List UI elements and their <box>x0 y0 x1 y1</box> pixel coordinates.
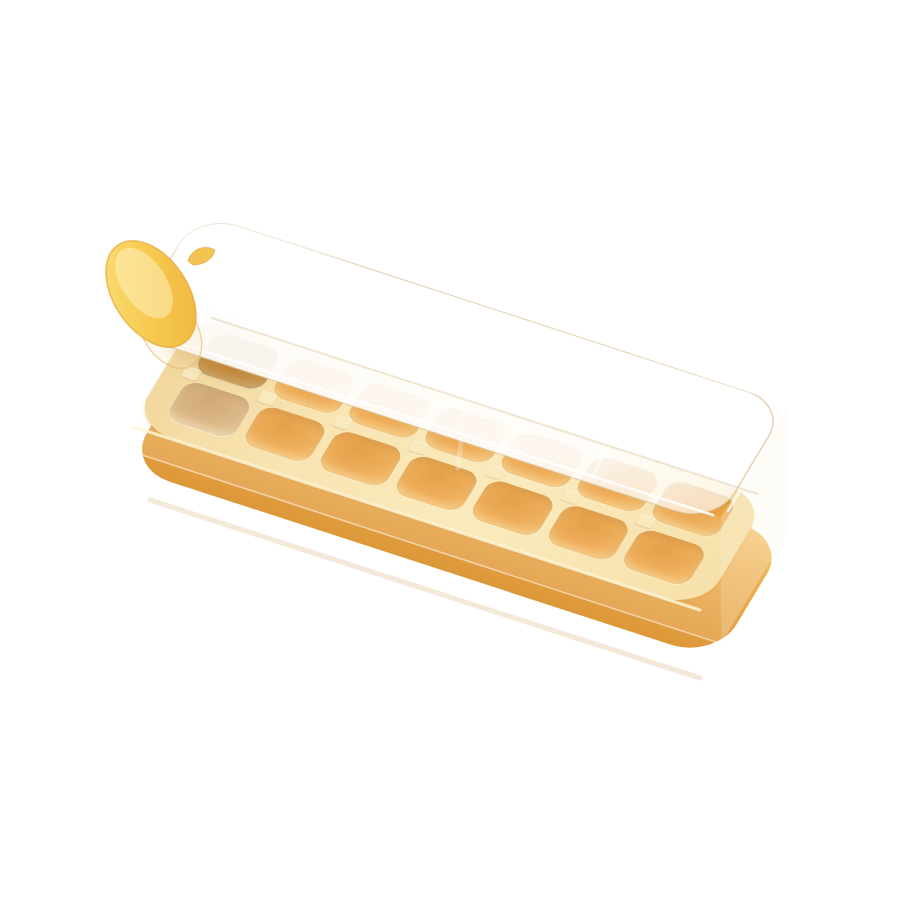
ice-cell-r1c5 <box>543 502 633 563</box>
ice-cell-r0c4 <box>497 429 587 490</box>
tray-surface <box>131 313 769 611</box>
ice-cell-r0c1 <box>269 355 359 416</box>
ice-cell-r1c4 <box>468 478 558 539</box>
flip-tab-hinge-nub <box>188 247 215 265</box>
ice-cell-r0c6 <box>648 479 738 540</box>
max-label: MAX <box>596 403 637 441</box>
product-photo: MAX <box>0 0 900 900</box>
ice-cell-r0c2 <box>345 380 435 441</box>
ice-cell-r1c0 <box>164 379 254 440</box>
flip-tab-highlight <box>103 238 184 329</box>
ice-cell-r1c3 <box>392 453 482 514</box>
ice-cell-r1c2 <box>316 428 406 489</box>
ice-cell-r0c3 <box>421 405 511 466</box>
ice-cell-r1c6 <box>619 527 709 588</box>
ice-cell-r0c5 <box>572 454 662 515</box>
ice-cell-r0c0 <box>193 331 283 392</box>
lid-reflection <box>156 198 368 328</box>
ice-cell-r1c1 <box>240 404 330 465</box>
